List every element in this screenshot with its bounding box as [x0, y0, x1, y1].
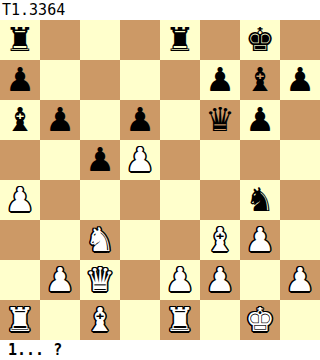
square-b3[interactable] — [40, 220, 80, 260]
square-a1[interactable]: ♜ — [0, 300, 40, 340]
square-b2[interactable]: ♟ — [40, 260, 80, 300]
square-g5[interactable] — [240, 140, 280, 180]
square-f6[interactable]: ♛ — [200, 100, 240, 140]
piece-white-pawn: ♟ — [45, 260, 75, 300]
chess-board: ♜♜♚♟♟♝♟♝♟♟♛♟♟♟♟♞♞♝♟♟♛♟♟♟♜♝♜♚ — [0, 20, 320, 340]
status-bar: 1... ? — [0, 340, 320, 360]
square-d4[interactable] — [120, 180, 160, 220]
square-a2[interactable] — [0, 260, 40, 300]
piece-black-pawn: ♟ — [245, 100, 275, 140]
piece-white-pawn: ♟ — [205, 260, 235, 300]
square-d3[interactable] — [120, 220, 160, 260]
move-prompt: 1... ? — [0, 340, 62, 360]
square-d6[interactable]: ♟ — [120, 100, 160, 140]
square-a7[interactable]: ♟ — [0, 60, 40, 100]
square-b6[interactable]: ♟ — [40, 100, 80, 140]
piece-white-bishop: ♝ — [85, 300, 115, 340]
square-d2[interactable] — [120, 260, 160, 300]
square-a4[interactable]: ♟ — [0, 180, 40, 220]
square-c5[interactable]: ♟ — [80, 140, 120, 180]
square-f4[interactable] — [200, 180, 240, 220]
square-b8[interactable] — [40, 20, 80, 60]
piece-black-bishop: ♝ — [245, 60, 275, 100]
square-c3[interactable]: ♞ — [80, 220, 120, 260]
square-f5[interactable] — [200, 140, 240, 180]
piece-black-pawn: ♟ — [45, 100, 75, 140]
square-g2[interactable] — [240, 260, 280, 300]
square-e8[interactable]: ♜ — [160, 20, 200, 60]
square-e5[interactable] — [160, 140, 200, 180]
square-h7[interactable]: ♟ — [280, 60, 320, 100]
piece-white-rook: ♜ — [5, 300, 35, 340]
square-e6[interactable] — [160, 100, 200, 140]
square-c8[interactable] — [80, 20, 120, 60]
square-a8[interactable]: ♜ — [0, 20, 40, 60]
square-d7[interactable] — [120, 60, 160, 100]
square-h1[interactable] — [280, 300, 320, 340]
square-e2[interactable]: ♟ — [160, 260, 200, 300]
square-c6[interactable] — [80, 100, 120, 140]
square-e7[interactable] — [160, 60, 200, 100]
puzzle-title: T1.3364 — [0, 0, 65, 20]
square-c2[interactable]: ♛ — [80, 260, 120, 300]
piece-black-rook: ♜ — [5, 20, 35, 60]
piece-white-pawn: ♟ — [165, 260, 195, 300]
square-a3[interactable] — [0, 220, 40, 260]
square-g4[interactable]: ♞ — [240, 180, 280, 220]
square-f7[interactable]: ♟ — [200, 60, 240, 100]
square-a6[interactable]: ♝ — [0, 100, 40, 140]
title-bar: T1.3364 — [0, 0, 320, 20]
square-g6[interactable]: ♟ — [240, 100, 280, 140]
square-d5[interactable]: ♟ — [120, 140, 160, 180]
square-f2[interactable]: ♟ — [200, 260, 240, 300]
square-a5[interactable] — [0, 140, 40, 180]
square-e1[interactable]: ♜ — [160, 300, 200, 340]
square-h8[interactable] — [280, 20, 320, 60]
piece-white-rook: ♜ — [165, 300, 195, 340]
square-b5[interactable] — [40, 140, 80, 180]
piece-white-pawn: ♟ — [245, 220, 275, 260]
piece-black-rook: ♜ — [165, 20, 195, 60]
piece-white-pawn: ♟ — [125, 140, 155, 180]
square-g1[interactable]: ♚ — [240, 300, 280, 340]
piece-black-pawn: ♟ — [125, 100, 155, 140]
piece-black-knight: ♞ — [245, 180, 275, 220]
piece-black-king: ♚ — [245, 20, 275, 60]
square-c7[interactable] — [80, 60, 120, 100]
square-c1[interactable]: ♝ — [80, 300, 120, 340]
square-h5[interactable] — [280, 140, 320, 180]
square-b1[interactable] — [40, 300, 80, 340]
square-c4[interactable] — [80, 180, 120, 220]
piece-black-pawn: ♟ — [85, 140, 115, 180]
square-e4[interactable] — [160, 180, 200, 220]
square-d1[interactable] — [120, 300, 160, 340]
square-e3[interactable] — [160, 220, 200, 260]
piece-white-pawn: ♟ — [5, 180, 35, 220]
square-h2[interactable]: ♟ — [280, 260, 320, 300]
square-f1[interactable] — [200, 300, 240, 340]
square-g7[interactable]: ♝ — [240, 60, 280, 100]
square-h6[interactable] — [280, 100, 320, 140]
piece-black-pawn: ♟ — [205, 60, 235, 100]
square-f8[interactable] — [200, 20, 240, 60]
square-b7[interactable] — [40, 60, 80, 100]
square-h3[interactable] — [280, 220, 320, 260]
piece-white-knight: ♞ — [85, 220, 115, 260]
square-b4[interactable] — [40, 180, 80, 220]
square-f3[interactable]: ♝ — [200, 220, 240, 260]
piece-black-pawn: ♟ — [285, 60, 315, 100]
square-d8[interactable] — [120, 20, 160, 60]
piece-black-pawn: ♟ — [5, 60, 35, 100]
piece-white-pawn: ♟ — [285, 260, 315, 300]
piece-white-king: ♚ — [245, 300, 275, 340]
piece-black-queen: ♛ — [205, 100, 235, 140]
square-h4[interactable] — [280, 180, 320, 220]
piece-white-queen: ♛ — [85, 260, 115, 300]
square-g8[interactable]: ♚ — [240, 20, 280, 60]
piece-black-bishop: ♝ — [5, 100, 35, 140]
square-g3[interactable]: ♟ — [240, 220, 280, 260]
piece-white-bishop: ♝ — [205, 220, 235, 260]
